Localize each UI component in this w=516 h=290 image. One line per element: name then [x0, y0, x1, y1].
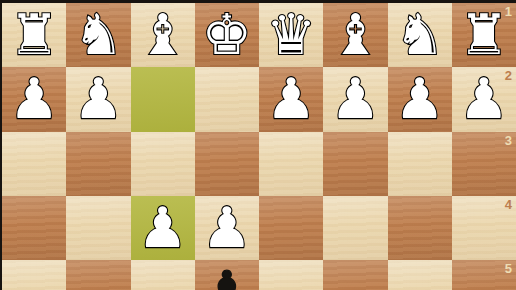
square-d5[interactable] — [259, 260, 323, 290]
square-d2[interactable]: ♟ — [259, 67, 323, 131]
square-g5[interactable] — [66, 260, 130, 290]
square-c3[interactable] — [323, 132, 387, 196]
white-pawn[interactable]: ♟ — [9, 71, 59, 127]
black-pawn[interactable]: ♟ — [202, 264, 252, 290]
white-knight[interactable]: ♞ — [395, 7, 445, 63]
white-pawn[interactable]: ♟ — [395, 71, 445, 127]
square-d3[interactable] — [259, 132, 323, 196]
square-f5[interactable] — [131, 260, 195, 290]
square-a5[interactable]: 5 — [452, 260, 516, 290]
square-b2[interactable]: ♟ — [388, 67, 452, 131]
square-e4[interactable]: ♟ — [195, 196, 259, 260]
rank-label-3: 3 — [505, 134, 512, 147]
square-f1[interactable]: ♝ — [131, 3, 195, 67]
white-king[interactable]: ♚ — [202, 7, 252, 63]
square-b1[interactable]: ♞ — [388, 3, 452, 67]
square-f2[interactable] — [131, 67, 195, 131]
white-pawn[interactable]: ♟ — [459, 71, 509, 127]
square-g4[interactable] — [66, 196, 130, 260]
square-h5[interactable] — [2, 260, 66, 290]
square-g3[interactable] — [66, 132, 130, 196]
square-h2[interactable]: ♟ — [2, 67, 66, 131]
rank-label-5: 5 — [505, 262, 512, 275]
square-h1[interactable]: ♜ — [2, 3, 66, 67]
white-pawn[interactable]: ♟ — [138, 200, 188, 256]
square-c5[interactable] — [323, 260, 387, 290]
square-a1[interactable]: 1♜ — [452, 3, 516, 67]
white-rook[interactable]: ♜ — [459, 7, 509, 63]
square-d4[interactable] — [259, 196, 323, 260]
square-f3[interactable] — [131, 132, 195, 196]
square-b5[interactable] — [388, 260, 452, 290]
square-a2[interactable]: 2♟ — [452, 67, 516, 131]
square-h3[interactable] — [2, 132, 66, 196]
square-e1[interactable]: ♚ — [195, 3, 259, 67]
board-viewport: ♜♞♝♚♛♝♞1♜♟♟♟♟♟2♟3♟♟4♟5 — [0, 0, 516, 290]
white-rook[interactable]: ♜ — [9, 7, 59, 63]
square-f4[interactable]: ♟ — [131, 196, 195, 260]
white-queen[interactable]: ♛ — [266, 7, 316, 63]
white-bishop[interactable]: ♝ — [330, 7, 380, 63]
rank-label-4: 4 — [505, 198, 512, 211]
white-pawn[interactable]: ♟ — [266, 71, 316, 127]
square-c4[interactable] — [323, 196, 387, 260]
square-c2[interactable]: ♟ — [323, 67, 387, 131]
square-b4[interactable] — [388, 196, 452, 260]
square-g1[interactable]: ♞ — [66, 3, 130, 67]
square-d1[interactable]: ♛ — [259, 3, 323, 67]
square-b3[interactable] — [388, 132, 452, 196]
square-h4[interactable] — [2, 196, 66, 260]
square-a3[interactable]: 3 — [452, 132, 516, 196]
white-pawn[interactable]: ♟ — [202, 200, 252, 256]
white-pawn[interactable]: ♟ — [330, 71, 380, 127]
white-pawn[interactable]: ♟ — [73, 71, 123, 127]
square-e5[interactable]: ♟ — [195, 260, 259, 290]
white-knight[interactable]: ♞ — [73, 7, 123, 63]
square-e3[interactable] — [195, 132, 259, 196]
square-a4[interactable]: 4 — [452, 196, 516, 260]
square-c1[interactable]: ♝ — [323, 3, 387, 67]
chess-board: ♜♞♝♚♛♝♞1♜♟♟♟♟♟2♟3♟♟4♟5 — [2, 3, 516, 290]
square-e2[interactable] — [195, 67, 259, 131]
square-g2[interactable]: ♟ — [66, 67, 130, 131]
white-bishop[interactable]: ♝ — [138, 7, 188, 63]
